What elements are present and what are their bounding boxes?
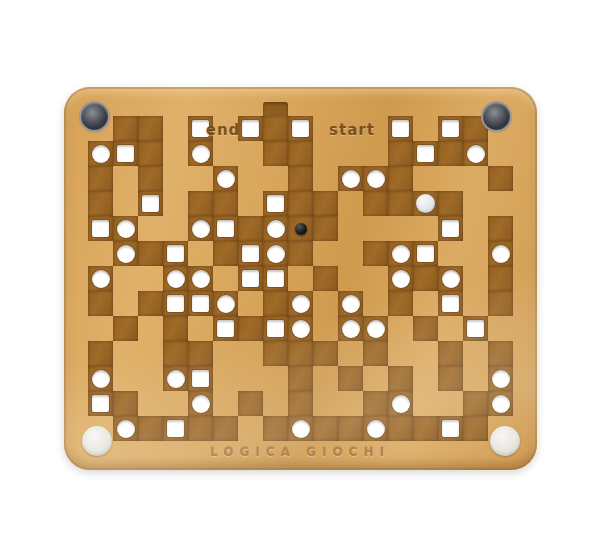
maze-wall-cell [363,366,388,391]
maze-wall-cell [413,391,438,416]
maze-channel-cell [238,266,263,291]
maze-channel-cell [288,341,313,366]
round-trap-hole [492,395,510,413]
maze-wall-cell [188,316,213,341]
maze-channel-cell [438,291,463,316]
maze-wall-cell [413,341,438,366]
round-trap-hole [467,145,485,163]
round-trap-hole [217,170,235,188]
magnet-disc-icon [82,426,112,456]
maze-channel-cell [263,291,288,316]
maze-channel-cell [88,291,113,316]
silver-ball[interactable] [416,194,435,213]
maze-wall-cell [188,241,213,266]
maze-wall-cell [488,141,513,166]
maze-wall-cell [263,366,288,391]
maze-channel-cell [463,141,488,166]
puzzle-board: end start LOGICA GIOCHI [64,87,537,470]
maze-channel-cell [138,416,163,441]
maze-channel-cell [313,416,338,441]
maze-wall-cell [213,341,238,366]
maze-channel-cell [438,141,463,166]
maze-wall-cell [338,191,363,216]
maze-channel-cell [388,141,413,166]
square-trap-hole [267,195,284,212]
maze-channel-cell [463,391,488,416]
maze-channel-cell [188,266,213,291]
maze-channel-cell [488,291,513,316]
square-trap-hole [267,270,284,287]
maze-channel-cell [163,366,188,391]
maze-channel-cell [363,316,388,341]
maze-wall-cell [363,216,388,241]
maze-channel-cell [438,341,463,366]
maze-wall-cell [163,141,188,166]
maze-channel-cell [288,166,313,191]
maze-channel-cell [263,191,288,216]
square-trap-hole [92,220,109,237]
round-trap-hole [192,220,210,238]
maze-channel-cell [488,216,513,241]
maze-wall-cell [138,391,163,416]
maze-channel-cell [188,391,213,416]
round-trap-hole [92,145,110,163]
maze-channel-cell [338,366,363,391]
maze-channel-cell [88,366,113,391]
maze-channel-cell [388,391,413,416]
maze-wall-cell [88,241,113,266]
maze-channel-cell [413,266,438,291]
square-trap-hole [417,245,434,262]
round-trap-hole [117,420,135,438]
maze-wall-cell [463,266,488,291]
maze-channel-cell [313,266,338,291]
square-trap-hole [417,145,434,162]
maze-wall-cell [438,166,463,191]
square-trap-hole [92,395,109,412]
maze-wall-cell [138,341,163,366]
maze-wall-cell [463,166,488,191]
maze-wall-cell [463,366,488,391]
maze-wall-cell [338,141,363,166]
square-trap-hole [442,120,459,137]
maze-wall-cell [438,316,463,341]
round-trap-hole [217,295,235,313]
maze-channel-cell [88,391,113,416]
maze-wall-cell [238,191,263,216]
maze-channel-cell [288,116,313,141]
maze-wall-cell [363,266,388,291]
maze-wall-cell [213,391,238,416]
maze-channel-cell [413,191,438,216]
maze-channel-cell [363,241,388,266]
maze-wall-cell [138,316,163,341]
square-trap-hole [192,295,209,312]
maze-wall-cell [263,166,288,191]
round-trap-hole [292,320,310,338]
maze-channel-cell [138,141,163,166]
square-trap-hole [167,295,184,312]
maze-channel-cell [213,416,238,441]
maze-channel-cell [88,266,113,291]
screenshot: end start LOGICA GIOCHI [0,0,600,559]
maze-wall-cell [238,291,263,316]
maze-channel-cell [388,366,413,391]
maze-wall-cell [363,141,388,166]
maze-channel-cell [363,341,388,366]
round-trap-hole [442,270,460,288]
maze-wall-cell [313,291,338,316]
maze-channel-cell [163,316,188,341]
maze-channel-cell [288,141,313,166]
round-trap-hole [117,245,135,263]
maze-channel-cell [163,241,188,266]
maze-channel-cell [288,316,313,341]
square-trap-hole [242,270,259,287]
maze-channel-cell [188,416,213,441]
round-trap-hole [342,170,360,188]
maze-channel-cell [138,241,163,266]
maze-wall-cell [288,266,313,291]
maze-channel-cell [263,316,288,341]
maze-channel-cell [138,166,163,191]
maze-wall-cell [313,366,338,391]
maze-channel-cell [263,141,288,166]
maze-wall-cell [363,291,388,316]
round-trap-hole [267,245,285,263]
maze-channel-cell [388,291,413,316]
maze-channel-cell [363,166,388,191]
round-trap-hole [342,295,360,313]
round-trap-hole [492,370,510,388]
maze-channel-cell [438,366,463,391]
maze-wall-cell [413,291,438,316]
maze-channel-cell [88,216,113,241]
round-trap-hole [492,245,510,263]
maze-wall-cell [438,241,463,266]
end-label: end [206,121,241,139]
maze-wall-cell [113,191,138,216]
maze-wall-cell [388,216,413,241]
maze-wall-cell [413,116,438,141]
maze-wall-cell [388,341,413,366]
maze-channel-cell [163,341,188,366]
maze-wall-cell [213,366,238,391]
round-trap-hole [192,145,210,163]
square-trap-hole [392,120,409,137]
maze-channel-cell [213,191,238,216]
square-trap-hole [217,320,234,337]
maze-channel-cell [188,366,213,391]
maze-wall-cell [138,366,163,391]
maze-channel-cell [88,341,113,366]
maze-channel-cell [88,191,113,216]
maze-channel-cell [263,116,288,141]
square-trap-hole [167,245,184,262]
maze-wall-cell [213,141,238,166]
maze-wall-cell [338,266,363,291]
maze-channel-cell [238,116,263,141]
maze-wall-cell [238,141,263,166]
square-trap-hole [242,245,259,262]
round-trap-hole [267,220,285,238]
round-trap-hole [292,295,310,313]
maze-wall-cell [138,216,163,241]
maze-channel-cell [88,141,113,166]
maze-channel-cell [213,166,238,191]
square-trap-hole [242,120,259,137]
round-trap-hole [367,420,385,438]
maze-channel-cell [363,191,388,216]
maze-channel-cell [113,416,138,441]
maze-channel-cell [213,291,238,316]
maze-channel-cell [488,241,513,266]
maze-channel-cell [338,416,363,441]
maze-channel-cell [288,216,313,241]
maze-channel-cell [163,266,188,291]
round-trap-hole [192,270,210,288]
maze-channel-cell [438,191,463,216]
maze-channel-cell [438,216,463,241]
maze-wall-cell [113,341,138,366]
round-trap-hole [117,220,135,238]
maze-channel-cell [263,416,288,441]
maze-channel-cell [113,391,138,416]
maze-wall-cell [463,341,488,366]
maze-channel-cell [313,341,338,366]
maze-channel-cell [488,341,513,366]
maze-wall-cell [238,341,263,366]
maze-channel-cell [363,416,388,441]
maze-channel-cell [413,316,438,341]
maze-channel-cell [138,116,163,141]
maze-channel-cell [88,166,113,191]
maze-wall-cell [463,291,488,316]
maze-channel-cell [238,391,263,416]
maze-channel-cell [313,216,338,241]
maze-channel-cell [288,391,313,416]
maze-channel-cell [163,291,188,316]
maze-channel-cell [163,416,188,441]
maze-wall-cell [313,141,338,166]
square-trap-hole [442,220,459,237]
maze-wall-cell [413,166,438,191]
maze-channel-cell [188,191,213,216]
maze-channel-cell [238,216,263,241]
maze-channel-cell [238,316,263,341]
maze-channel-cell [363,391,388,416]
maze-wall-cell [463,191,488,216]
maze-channel-cell [488,166,513,191]
maze-wall-cell [388,316,413,341]
maze-channel-cell [213,316,238,341]
maze-wall-cell [138,266,163,291]
maze-channel-cell [288,291,313,316]
maze-channel-cell [388,416,413,441]
maze-wall-cell [413,366,438,391]
maze-wall-cell [313,391,338,416]
maze-wall-cell [438,391,463,416]
maze-wall-cell [313,241,338,266]
maze-channel-cell [238,241,263,266]
maze-channel-cell [438,416,463,441]
maze-channel-cell [263,216,288,241]
maze-wall-cell [113,291,138,316]
maze-channel-cell [188,341,213,366]
maze-wall-cell [113,366,138,391]
maze-channel-cell [463,316,488,341]
maze-channel-cell [338,166,363,191]
maze-wall-cell [488,316,513,341]
maze-wall-cell [238,366,263,391]
maze-wall-cell [163,216,188,241]
maze-wall-cell [88,316,113,341]
maze-channel-cell [188,141,213,166]
square-trap-hole [442,295,459,312]
round-trap-hole [367,320,385,338]
black-ball[interactable] [295,223,307,235]
round-trap-hole [92,370,110,388]
square-trap-hole [117,145,134,162]
maze-channel-cell [388,166,413,191]
maze-channel-cell [388,191,413,216]
maze-wall-cell [413,216,438,241]
maze-channel-cell [388,266,413,291]
start-label: start [329,121,375,139]
maze-channel-cell [438,266,463,291]
maze-channel-cell [438,116,463,141]
maze-wall-cell [163,166,188,191]
maze-channel-cell [113,141,138,166]
maze-wall-cell [313,316,338,341]
maze-wall-cell [463,216,488,241]
maze-channel-cell [388,241,413,266]
round-trap-hole [292,420,310,438]
maze-channel-cell [188,216,213,241]
maze-channel-cell [213,216,238,241]
round-trap-hole [392,245,410,263]
maze-wall-cell [338,241,363,266]
maze-channel-cell [288,191,313,216]
maze-wall-cell [338,341,363,366]
square-trap-hole [142,195,159,212]
maze-channel-cell [288,366,313,391]
maze-channel-cell [113,116,138,141]
maze-channel-cell [263,266,288,291]
maze-channel-cell [113,216,138,241]
maze-wall-cell [163,391,188,416]
start-entry-notch [263,102,288,117]
screw-icon [483,103,510,130]
maze-wall-cell [163,116,188,141]
maze-wall-cell [338,391,363,416]
round-trap-hole [92,270,110,288]
square-trap-hole [442,420,459,437]
round-trap-hole [367,170,385,188]
maze-wall-cell [238,416,263,441]
maze-channel-cell [288,241,313,266]
round-trap-hole [192,395,210,413]
square-trap-hole [292,120,309,137]
maze-grid [88,116,513,441]
round-trap-hole [392,270,410,288]
square-trap-hole [467,320,484,337]
maze-channel-cell [313,191,338,216]
maze-wall-cell [463,241,488,266]
maze-wall-cell [163,191,188,216]
maze-channel-cell [413,416,438,441]
maze-channel-cell [413,241,438,266]
round-trap-hole [167,370,185,388]
screw-icon [81,103,108,130]
maze-channel-cell [288,416,313,441]
maze-wall-cell [263,391,288,416]
maze-wall-cell [313,166,338,191]
round-trap-hole [392,395,410,413]
maze-wall-cell [113,266,138,291]
magnet-disc-icon [490,426,520,456]
maze-channel-cell [488,391,513,416]
maze-wall-cell [488,191,513,216]
maze-channel-cell [263,241,288,266]
square-trap-hole [167,420,184,437]
maze-wall-cell [338,216,363,241]
maze-channel-cell [138,291,163,316]
maze-channel-cell [488,366,513,391]
maze-channel-cell [338,316,363,341]
square-trap-hole [217,220,234,237]
round-trap-hole [167,270,185,288]
maze-channel-cell [388,116,413,141]
maze-channel-cell [113,316,138,341]
maze-channel-cell [488,266,513,291]
maze-channel-cell [338,291,363,316]
maze-wall-cell [188,166,213,191]
round-trap-hole [342,320,360,338]
maze-channel-cell [113,241,138,266]
maze-wall-cell [213,266,238,291]
maze-channel-cell [188,291,213,316]
maze-channel-cell [213,241,238,266]
maze-wall-cell [238,166,263,191]
square-trap-hole [267,320,284,337]
maze-channel-cell [138,191,163,216]
maze-channel-cell [263,341,288,366]
square-trap-hole [192,370,209,387]
maze-wall-cell [113,166,138,191]
maze-channel-cell [413,141,438,166]
maze-channel-cell [463,416,488,441]
brand-engraving: LOGICA GIOCHI [210,445,390,459]
